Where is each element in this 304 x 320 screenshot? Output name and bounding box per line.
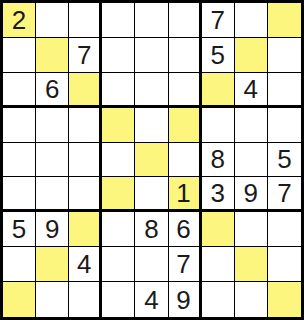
- sudoku-cell-r4c5[interactable]: [135, 108, 168, 143]
- sudoku-cell-r9c8[interactable]: [235, 282, 268, 317]
- sudoku-cell-r7c9[interactable]: [268, 212, 301, 247]
- sudoku-cell-r8c7[interactable]: [202, 247, 235, 282]
- sudoku-cell-r7c8[interactable]: [235, 212, 268, 247]
- sudoku-cell-r3c7[interactable]: [202, 73, 235, 108]
- sudoku-cell-r3c6[interactable]: [169, 73, 202, 108]
- sudoku-cell-r9c9[interactable]: [268, 282, 301, 317]
- sudoku-cell-r1c5[interactable]: [135, 3, 168, 38]
- sudoku-cell-r8c8[interactable]: [235, 247, 268, 282]
- sudoku-cell-r1c1[interactable]: 2: [3, 3, 36, 38]
- sudoku-cell-r1c6[interactable]: [169, 3, 202, 38]
- sudoku-cell-r2c4[interactable]: [102, 38, 135, 73]
- sudoku-cell-r7c3[interactable]: [69, 212, 102, 247]
- sudoku-cell-r9c2[interactable]: [36, 282, 69, 317]
- sudoku-cell-r4c1[interactable]: [3, 108, 36, 143]
- sudoku-cell-r8c3[interactable]: 4: [69, 247, 102, 282]
- sudoku-cell-r7c5[interactable]: 8: [135, 212, 168, 247]
- sudoku-cell-r1c9[interactable]: [268, 3, 301, 38]
- sudoku-cell-r2c3[interactable]: 7: [69, 38, 102, 73]
- sudoku-cell-r2c2[interactable]: [36, 38, 69, 73]
- sudoku-cell-r8c9[interactable]: [268, 247, 301, 282]
- sudoku-cell-r8c5[interactable]: [135, 247, 168, 282]
- sudoku-cell-r5c6[interactable]: [169, 143, 202, 178]
- sudoku-cell-r5c1[interactable]: [3, 143, 36, 178]
- sudoku-cell-r6c4[interactable]: [102, 177, 135, 212]
- sudoku-cell-r7c2[interactable]: 9: [36, 212, 69, 247]
- sudoku-cell-r8c1[interactable]: [3, 247, 36, 282]
- sudoku-cell-r3c9[interactable]: [268, 73, 301, 108]
- sudoku-cell-r4c8[interactable]: [235, 108, 268, 143]
- sudoku-cell-r3c5[interactable]: [135, 73, 168, 108]
- sudoku-cell-r1c2[interactable]: [36, 3, 69, 38]
- sudoku-cell-r5c5[interactable]: [135, 143, 168, 178]
- sudoku-cell-r2c6[interactable]: [169, 38, 202, 73]
- sudoku-cell-r4c2[interactable]: [36, 108, 69, 143]
- sudoku-cell-r6c5[interactable]: [135, 177, 168, 212]
- sudoku-cell-r2c7[interactable]: 5: [202, 38, 235, 73]
- sudoku-cell-r9c5[interactable]: 4: [135, 282, 168, 317]
- sudoku-cell-r2c5[interactable]: [135, 38, 168, 73]
- sudoku-cell-r7c6[interactable]: 6: [169, 212, 202, 247]
- sudoku-board: 27756485139759864749: [0, 0, 304, 320]
- sudoku-cell-r2c8[interactable]: [235, 38, 268, 73]
- sudoku-cell-r5c3[interactable]: [69, 143, 102, 178]
- sudoku-cell-r6c3[interactable]: [69, 177, 102, 212]
- sudoku-cell-r4c9[interactable]: [268, 108, 301, 143]
- sudoku-cell-r1c8[interactable]: [235, 3, 268, 38]
- sudoku-cell-r5c7[interactable]: 8: [202, 143, 235, 178]
- sudoku-cell-r9c7[interactable]: [202, 282, 235, 317]
- sudoku-cell-r5c8[interactable]: [235, 143, 268, 178]
- sudoku-cell-r4c4[interactable]: [102, 108, 135, 143]
- sudoku-cell-r1c4[interactable]: [102, 3, 135, 38]
- sudoku-cell-r6c7[interactable]: 3: [202, 177, 235, 212]
- sudoku-cell-r7c7[interactable]: [202, 212, 235, 247]
- sudoku-cell-r2c1[interactable]: [3, 38, 36, 73]
- sudoku-cell-r9c1[interactable]: [3, 282, 36, 317]
- sudoku-cell-r5c4[interactable]: [102, 143, 135, 178]
- sudoku-cell-r8c6[interactable]: 7: [169, 247, 202, 282]
- sudoku-cell-r6c2[interactable]: [36, 177, 69, 212]
- sudoku-cell-r6c1[interactable]: [3, 177, 36, 212]
- sudoku-cell-r1c7[interactable]: 7: [202, 3, 235, 38]
- sudoku-cell-r6c6[interactable]: 1: [169, 177, 202, 212]
- sudoku-cell-r5c2[interactable]: [36, 143, 69, 178]
- sudoku-cell-r3c8[interactable]: 4: [235, 73, 268, 108]
- sudoku-cell-r8c2[interactable]: [36, 247, 69, 282]
- sudoku-cell-r3c4[interactable]: [102, 73, 135, 108]
- sudoku-cell-r9c3[interactable]: [69, 282, 102, 317]
- sudoku-cell-r5c9[interactable]: 5: [268, 143, 301, 178]
- sudoku-cell-r4c7[interactable]: [202, 108, 235, 143]
- sudoku-cell-r4c3[interactable]: [69, 108, 102, 143]
- sudoku-cell-r9c4[interactable]: [102, 282, 135, 317]
- sudoku-cell-r7c1[interactable]: 5: [3, 212, 36, 247]
- sudoku-cell-r9c6[interactable]: 9: [169, 282, 202, 317]
- sudoku-cell-r3c1[interactable]: [3, 73, 36, 108]
- sudoku-cell-r8c4[interactable]: [102, 247, 135, 282]
- sudoku-cell-r1c3[interactable]: [69, 3, 102, 38]
- sudoku-cell-r2c9[interactable]: [268, 38, 301, 73]
- sudoku-cell-r3c3[interactable]: [69, 73, 102, 108]
- sudoku-cell-r7c4[interactable]: [102, 212, 135, 247]
- sudoku-cell-r4c6[interactable]: [169, 108, 202, 143]
- sudoku-cell-r3c2[interactable]: 6: [36, 73, 69, 108]
- sudoku-cell-r6c8[interactable]: 9: [235, 177, 268, 212]
- sudoku-cell-r6c9[interactable]: 7: [268, 177, 301, 212]
